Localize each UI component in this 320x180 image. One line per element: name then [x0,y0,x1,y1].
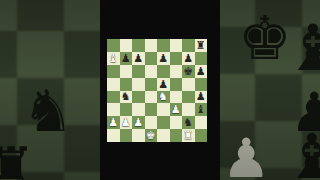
square-f5[interactable] [170,78,183,91]
square-a3[interactable] [107,103,120,116]
square-g3[interactable] [182,103,195,116]
black-pawn-icon: ♟ [133,52,143,63]
square-f1[interactable] [170,129,183,142]
square-f7[interactable] [170,52,183,65]
white-pawn-icon: ♟ [108,117,118,128]
white-knight-icon: ♞ [158,91,168,102]
square-a4[interactable] [107,91,120,104]
black-knight-icon: ♞ [121,91,131,102]
square-b2[interactable]: ♟ [120,116,133,129]
video-frame: ♞ ♜ ♚ ♝ ♟ ♟ ♝ ♜♝♟♟♟♟♚♟♟♞♞♟♟♝♟♟♟♞♚♜ [0,0,320,180]
square-g1[interactable]: ♜ [182,129,195,142]
square-h6[interactable]: ♟ [195,65,208,78]
square-g7[interactable]: ♟ [182,52,195,65]
square-h5[interactable] [195,78,208,91]
square-g4[interactable] [182,91,195,104]
square-d8[interactable] [145,39,158,52]
square-d7[interactable] [145,52,158,65]
square-c2[interactable]: ♟ [132,116,145,129]
square-b7[interactable]: ♟ [120,52,133,65]
square-d5[interactable] [145,78,158,91]
square-a6[interactable] [107,65,120,78]
square-g2[interactable]: ♞ [182,116,195,129]
white-pawn-icon: ♟ [121,117,131,128]
square-e1[interactable] [157,129,170,142]
square-a8[interactable] [107,39,120,52]
background-shade-right [220,0,320,180]
square-b6[interactable] [120,65,133,78]
square-c8[interactable] [132,39,145,52]
square-e5[interactable]: ♟ [157,78,170,91]
black-pawn-icon: ♟ [183,52,193,63]
white-king-icon: ♚ [146,130,156,141]
square-e4[interactable]: ♞ [157,91,170,104]
square-e8[interactable] [157,39,170,52]
square-h4[interactable]: ♟ [195,91,208,104]
square-g8[interactable] [182,39,195,52]
black-pawn-icon: ♟ [196,65,206,76]
white-rook-icon: ♜ [183,130,193,141]
white-pawn-icon: ♟ [171,104,181,115]
background-shade-left [0,0,100,180]
square-c3[interactable] [132,103,145,116]
square-a7[interactable]: ♝ [107,52,120,65]
square-a1[interactable] [107,129,120,142]
square-b5[interactable] [120,78,133,91]
square-b4[interactable]: ♞ [120,91,133,104]
square-g5[interactable] [182,78,195,91]
square-b8[interactable] [120,39,133,52]
black-pawn-icon: ♟ [158,52,168,63]
square-d4[interactable] [145,91,158,104]
square-e7[interactable]: ♟ [157,52,170,65]
square-h3[interactable]: ♝ [195,103,208,116]
square-d2[interactable] [145,116,158,129]
square-e2[interactable] [157,116,170,129]
square-f6[interactable] [170,65,183,78]
square-c5[interactable] [132,78,145,91]
square-d1[interactable]: ♚ [145,129,158,142]
square-g6[interactable]: ♚ [182,65,195,78]
background-band-left: ♞ ♜ [0,0,100,180]
square-a2[interactable]: ♟ [107,116,120,129]
square-c7[interactable]: ♟ [132,52,145,65]
black-pawn-icon: ♟ [158,78,168,89]
black-pawn-icon: ♟ [196,91,206,102]
square-d6[interactable] [145,65,158,78]
chess-board: ♜♝♟♟♟♟♚♟♟♞♞♟♟♝♟♟♟♞♚♜ [107,39,207,142]
white-bishop-icon: ♝ [108,52,118,63]
square-e3[interactable] [157,103,170,116]
black-bishop-icon: ♝ [196,104,206,115]
square-b1[interactable] [120,129,133,142]
square-e6[interactable] [157,65,170,78]
square-c1[interactable] [132,129,145,142]
white-pawn-icon: ♟ [133,117,143,128]
square-h8[interactable]: ♜ [195,39,208,52]
square-h7[interactable] [195,52,208,65]
square-f3[interactable]: ♟ [170,103,183,116]
square-a5[interactable] [107,78,120,91]
background-band-right: ♚ ♝ ♟ ♟ ♝ [220,0,320,180]
square-c4[interactable] [132,91,145,104]
square-f4[interactable] [170,91,183,104]
black-king-icon: ♚ [183,65,193,76]
black-knight-icon: ♞ [183,117,193,128]
square-h2[interactable] [195,116,208,129]
square-c6[interactable] [132,65,145,78]
square-b3[interactable] [120,103,133,116]
black-pawn-icon: ♟ [121,52,131,63]
black-rook-icon: ♜ [196,39,206,50]
square-f8[interactable] [170,39,183,52]
square-h1[interactable] [195,129,208,142]
square-f2[interactable] [170,116,183,129]
square-d3[interactable] [145,103,158,116]
